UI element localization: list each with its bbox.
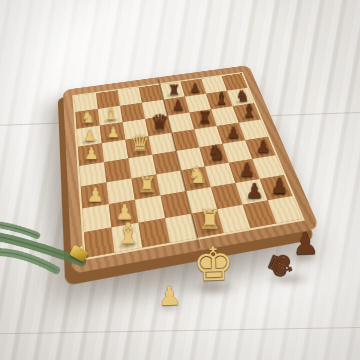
- black-pawn: ♟: [245, 180, 264, 201]
- white-rook: ♜: [138, 174, 157, 196]
- white-pawn: ♟: [158, 283, 182, 310]
- white-queen: ♛: [130, 133, 150, 155]
- table-plank-line: [0, 326, 360, 334]
- white-king: ♚: [192, 240, 235, 287]
- black-pawn: ♟: [270, 176, 288, 197]
- white-bishop: ♝: [103, 105, 118, 122]
- square-e5: [172, 129, 200, 151]
- square-a1: [84, 227, 114, 257]
- black-pawn: ♟: [226, 125, 240, 141]
- black-bishop: ♝: [214, 90, 229, 107]
- square-h1: [268, 196, 302, 223]
- black-queen: ♛: [151, 113, 169, 133]
- white-pawn: ♟: [107, 125, 120, 140]
- white-bishop: ♝: [115, 219, 141, 248]
- black-pawn: ♟: [189, 81, 200, 94]
- square-b4: [104, 158, 131, 182]
- black-pawn: ♟: [291, 229, 319, 260]
- white-pawn: ♟: [84, 146, 99, 162]
- black-pawn: ♟: [172, 99, 185, 113]
- black-rook: ♜: [168, 83, 180, 97]
- black-knight: ♞: [207, 143, 225, 163]
- square-b6: ♟: [100, 122, 126, 143]
- white-knight: ♞: [81, 110, 96, 126]
- white-pawn: ♟: [83, 129, 96, 144]
- white-pawn: ♟: [87, 185, 105, 205]
- photo-background: ♜♟♞♝♟♝♞♟♟♛♜♝♟♛♟♞♟♟♜♞♟♟♟♟♝♜ ♚♟♟♚: [0, 0, 360, 360]
- white-rook: ♜: [198, 207, 222, 233]
- square-b1: ♝: [111, 223, 142, 253]
- white-knight: ♞: [187, 164, 208, 187]
- black-pawn: ♟: [239, 160, 256, 179]
- square-e3: ♞: [181, 167, 211, 192]
- black-pawn: ♟: [256, 138, 271, 155]
- black-bishop: ♝: [241, 102, 257, 120]
- black-rook: ♜: [198, 110, 213, 126]
